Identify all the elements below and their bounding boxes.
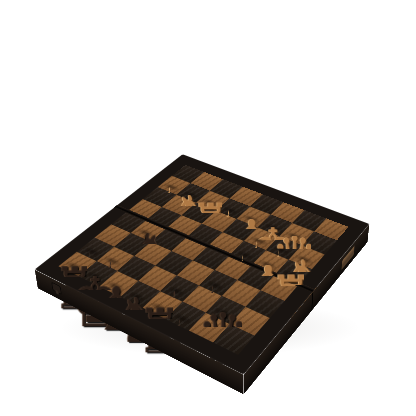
product-photo: ♟♞♜♟♝♚♛♟♟♞♟♝♜♞♟♟♟♟♛♜♚♝♞♜♟: [0, 0, 416, 416]
scene-3d: ♟♞♜♟♝♚♛♟♟♞♟♝♜♞♟♟♟♟♛♜♚♝♞♜♟: [0, 0, 416, 416]
brand-plaque: [342, 246, 354, 269]
chess-board-grid: ♟♞♜♟♝♚♛♟♟♞♟♝♜♞♟♟♟♟♛♜♚♝♞♜♟: [58, 165, 348, 355]
box-side-seam: [311, 291, 313, 311]
chess-box: ♟♞♜♟♝♚♛♟♟♞♟♝♜♞♟♟♟♟♛♜♚♝♞♜♟: [35, 154, 370, 375]
latch-clasp-icon: [52, 283, 61, 294]
